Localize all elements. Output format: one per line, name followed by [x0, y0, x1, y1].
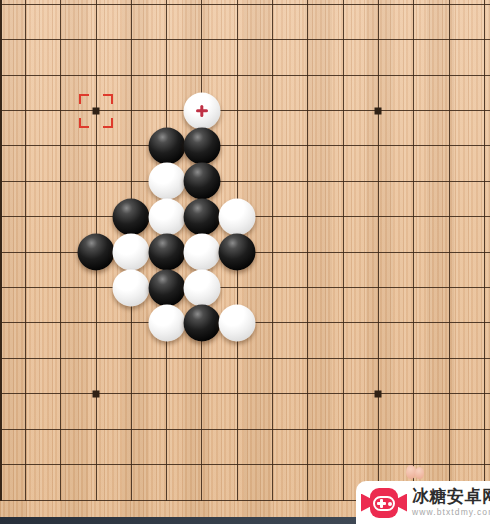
grid-line-horizontal	[0, 429, 490, 430]
stone-black	[148, 234, 185, 271]
grid-line-horizontal	[0, 110, 490, 111]
grid-line-horizontal	[0, 75, 490, 76]
star-point	[375, 390, 382, 397]
star-point	[93, 390, 100, 397]
stone-white	[183, 234, 220, 271]
screenshot-root: 冰糖安卓网 www.btxtdmy.com	[0, 0, 490, 524]
grid-line-horizontal	[0, 287, 490, 288]
hint-bracket-br	[103, 118, 113, 128]
hint-bracket-tr	[103, 94, 113, 104]
grid-line-horizontal	[0, 393, 490, 394]
gamepad-button	[388, 502, 393, 507]
stone-black	[183, 198, 220, 235]
stone-white	[219, 304, 256, 341]
stone-black	[219, 234, 256, 271]
candy-body	[370, 488, 398, 518]
grid-line-horizontal	[0, 145, 490, 146]
stone-black	[113, 198, 150, 235]
gamepad-dpad	[377, 499, 386, 508]
stone-black	[183, 127, 220, 164]
stone-black	[78, 234, 115, 271]
stone-white	[148, 304, 185, 341]
stone-white	[148, 198, 185, 235]
grid-line-horizontal	[0, 181, 490, 182]
grid-line-horizontal	[0, 464, 490, 465]
grid-line-horizontal	[0, 4, 490, 5]
star-point	[375, 107, 382, 114]
hint-bracket-tl	[79, 94, 89, 104]
gomoku-board[interactable]	[0, 0, 490, 517]
hint-marker	[79, 94, 113, 128]
hint-bracket-bl	[79, 118, 89, 128]
grid-line-horizontal	[0, 39, 490, 40]
watermark-text: 冰糖安卓网 www.btxtdmy.com	[412, 488, 488, 517]
stone-white	[113, 234, 150, 271]
watermark-site-url: www.btxtdmy.com	[412, 508, 488, 517]
stone-white	[148, 163, 185, 200]
stone-white	[183, 269, 220, 306]
candy-gamepad-icon	[361, 487, 407, 519]
stone-white	[113, 269, 150, 306]
stone-white	[219, 198, 256, 235]
stone-black	[148, 127, 185, 164]
watermark-site-name: 冰糖安卓网	[412, 488, 488, 505]
fingertip-blob	[415, 467, 424, 479]
last-move-marker	[195, 104, 209, 118]
watermark-badge: 冰糖安卓网 www.btxtdmy.com	[356, 481, 490, 524]
stone-black	[148, 269, 185, 306]
stone-black	[183, 163, 220, 200]
stone-black	[183, 304, 220, 341]
grid-line-horizontal	[0, 358, 490, 359]
